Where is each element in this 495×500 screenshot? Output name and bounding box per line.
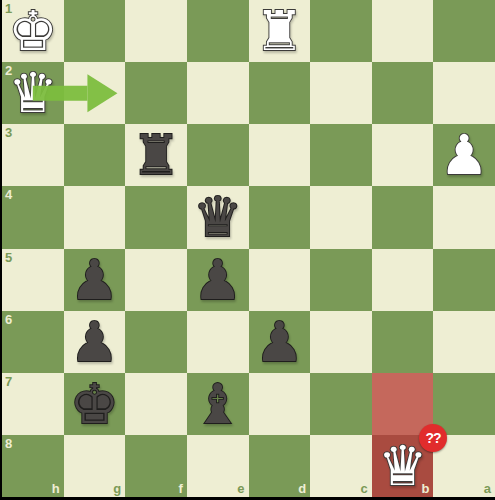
square-d1[interactable]: ♜ <box>249 0 311 62</box>
file-label-e: e <box>237 481 244 496</box>
square-b6[interactable] <box>372 311 434 373</box>
square-e5[interactable]: ♟ <box>187 249 249 311</box>
file-label-d: d <box>298 481 306 496</box>
square-g1[interactable] <box>64 0 126 62</box>
square-d8[interactable]: d <box>249 435 311 497</box>
square-c3[interactable] <box>310 124 372 186</box>
square-d2[interactable] <box>249 62 311 124</box>
white-queen-piece[interactable]: ♛ <box>8 63 57 123</box>
square-d7[interactable] <box>249 373 311 435</box>
square-h1[interactable]: 1♚ <box>2 0 64 62</box>
rank-label-4: 4 <box>5 187 12 202</box>
black-pawn-piece[interactable]: ♟ <box>193 250 242 310</box>
square-h6[interactable]: 6 <box>2 311 64 373</box>
square-f4[interactable] <box>125 186 187 248</box>
square-d6[interactable]: ♟ <box>249 311 311 373</box>
rank-label-5: 5 <box>5 250 12 265</box>
white-king-piece[interactable]: ♚ <box>8 1 57 61</box>
chess-board: 1♚♜2♛3♜♟4♛5♟♟6♟♟7♚♝8hgfedcb♛a ?? <box>0 0 495 500</box>
square-e4[interactable]: ♛ <box>187 186 249 248</box>
square-c5[interactable] <box>310 249 372 311</box>
square-c8[interactable]: c <box>310 435 372 497</box>
board-grid: 1♚♜2♛3♜♟4♛5♟♟6♟♟7♚♝8hgfedcb♛a <box>2 0 495 497</box>
white-rook-piece[interactable]: ♜ <box>255 1 304 61</box>
square-f3[interactable]: ♜ <box>125 124 187 186</box>
square-c6[interactable] <box>310 311 372 373</box>
square-c1[interactable] <box>310 0 372 62</box>
square-c4[interactable] <box>310 186 372 248</box>
rank-label-3: 3 <box>5 125 12 140</box>
square-d4[interactable] <box>249 186 311 248</box>
square-a4[interactable] <box>433 186 495 248</box>
square-b4[interactable] <box>372 186 434 248</box>
white-pawn-piece[interactable]: ♟ <box>440 125 489 185</box>
rank-label-2: 2 <box>5 63 12 78</box>
square-h4[interactable]: 4 <box>2 186 64 248</box>
black-pawn-piece[interactable]: ♟ <box>255 312 304 372</box>
square-a7[interactable] <box>433 373 495 435</box>
square-b5[interactable] <box>372 249 434 311</box>
square-f1[interactable] <box>125 0 187 62</box>
black-pawn-piece[interactable]: ♟ <box>70 312 119 372</box>
square-g5[interactable]: ♟ <box>64 249 126 311</box>
square-a5[interactable] <box>433 249 495 311</box>
square-a6[interactable] <box>433 311 495 373</box>
square-g4[interactable] <box>64 186 126 248</box>
square-d3[interactable] <box>249 124 311 186</box>
blunder-badge: ?? <box>419 424 447 452</box>
square-e8[interactable]: e <box>187 435 249 497</box>
square-b2[interactable] <box>372 62 434 124</box>
square-a1[interactable] <box>433 0 495 62</box>
square-e7[interactable]: ♝ <box>187 373 249 435</box>
square-b1[interactable] <box>372 0 434 62</box>
square-a2[interactable] <box>433 62 495 124</box>
square-h3[interactable]: 3 <box>2 124 64 186</box>
square-d5[interactable] <box>249 249 311 311</box>
square-e1[interactable] <box>187 0 249 62</box>
black-pawn-piece[interactable]: ♟ <box>70 250 119 310</box>
square-b3[interactable] <box>372 124 434 186</box>
square-h5[interactable]: 5 <box>2 249 64 311</box>
file-label-b: b <box>421 481 429 496</box>
black-rook-piece[interactable]: ♜ <box>131 125 180 185</box>
square-h7[interactable]: 7 <box>2 373 64 435</box>
square-f8[interactable]: f <box>125 435 187 497</box>
black-queen-piece[interactable]: ♛ <box>193 187 242 247</box>
rank-label-7: 7 <box>5 374 12 389</box>
rank-label-6: 6 <box>5 312 12 327</box>
square-g6[interactable]: ♟ <box>64 311 126 373</box>
square-g3[interactable] <box>64 124 126 186</box>
square-g2[interactable] <box>64 62 126 124</box>
square-a3[interactable]: ♟ <box>433 124 495 186</box>
file-label-f: f <box>179 481 183 496</box>
square-f5[interactable] <box>125 249 187 311</box>
rank-label-1: 1 <box>5 1 12 16</box>
file-label-a: a <box>484 481 491 496</box>
square-e2[interactable] <box>187 62 249 124</box>
square-c2[interactable] <box>310 62 372 124</box>
file-label-c: c <box>361 481 368 496</box>
square-c7[interactable] <box>310 373 372 435</box>
file-label-h: h <box>52 481 60 496</box>
black-bishop-piece[interactable]: ♝ <box>193 374 242 434</box>
square-e3[interactable] <box>187 124 249 186</box>
black-king-piece[interactable]: ♚ <box>70 374 119 434</box>
square-e6[interactable] <box>187 311 249 373</box>
square-h8[interactable]: 8h <box>2 435 64 497</box>
square-f2[interactable] <box>125 62 187 124</box>
blunder-badge-text: ?? <box>426 430 441 446</box>
square-g8[interactable]: g <box>64 435 126 497</box>
square-h2[interactable]: 2♛ <box>2 62 64 124</box>
white-queen-piece[interactable]: ♛ <box>378 436 427 496</box>
square-f7[interactable] <box>125 373 187 435</box>
square-f6[interactable] <box>125 311 187 373</box>
file-label-g: g <box>113 481 121 496</box>
square-g7[interactable]: ♚ <box>64 373 126 435</box>
rank-label-8: 8 <box>5 436 12 451</box>
